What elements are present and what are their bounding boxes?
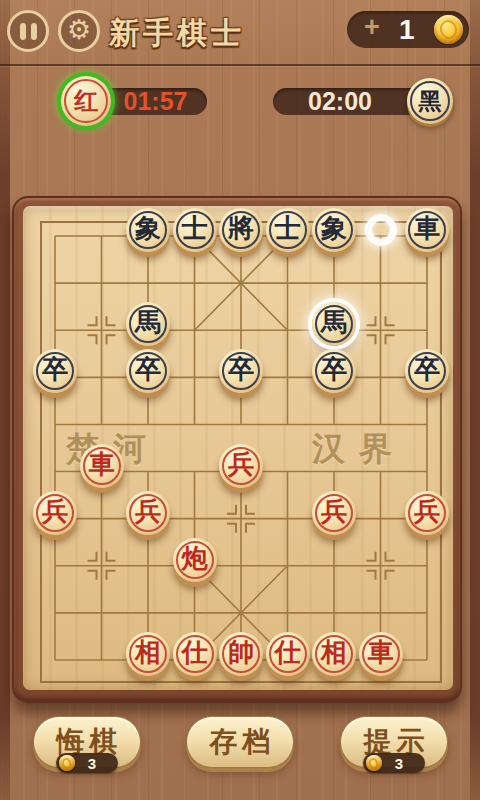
piece-glyph: 象 — [135, 216, 161, 242]
hint-button[interactable]: 提示 3 — [340, 716, 448, 768]
piece-glyph: 仕 — [275, 640, 301, 666]
red-player-piece: 红 — [61, 76, 111, 126]
piece-black-卒-r3c6[interactable]: 卒 — [312, 349, 356, 393]
piece-glyph: 卒 — [135, 357, 161, 383]
piece-black-士-r0c5[interactable]: 士 — [266, 208, 310, 252]
piece-glyph: 仕 — [182, 640, 208, 666]
red-player-label: 红 — [74, 85, 98, 117]
red-time: 01:57 — [124, 87, 188, 116]
black-player-piece: 黑 — [407, 78, 453, 124]
save-button[interactable]: 存档 — [186, 716, 294, 768]
piece-glyph: 士 — [182, 216, 208, 242]
piece-glyph: 將 — [228, 216, 254, 242]
piece-black-馬-r2c6[interactable]: 馬 — [312, 302, 356, 346]
hint-count: 3 — [382, 755, 425, 772]
coin-count: 1 — [380, 14, 434, 46]
piece-black-象-r0c2[interactable]: 象 — [126, 208, 170, 252]
gear-icon: ⚙ — [67, 17, 91, 44]
piece-red-仕-r9c3[interactable]: 仕 — [173, 632, 217, 676]
piece-red-兵-r6c6[interactable]: 兵 — [312, 491, 356, 535]
piece-red-相-r9c6[interactable]: 相 — [312, 632, 356, 676]
river-label-right: 汉界 — [312, 427, 406, 472]
piece-glyph: 兵 — [414, 499, 440, 525]
pause-button[interactable] — [7, 10, 49, 52]
black-player-label: 黑 — [419, 86, 442, 117]
pause-icon — [20, 23, 37, 40]
piece-red-兵-r6c2[interactable]: 兵 — [126, 491, 170, 535]
piece-red-車-r9c7[interactable]: 車 — [359, 632, 403, 676]
piece-black-馬-r2c2[interactable]: 馬 — [126, 302, 170, 346]
piece-red-帥-r9c4[interactable]: 帥 — [219, 632, 263, 676]
piece-glyph: 炮 — [182, 546, 208, 572]
game-screen: ⚙ 新手棋士 + 1 01:57 红 02:00 黑 楚河 汉界 象士將士象車馬… — [0, 0, 480, 800]
piece-black-車-r0c8[interactable]: 車 — [405, 208, 449, 252]
piece-glyph: 卒 — [228, 357, 254, 383]
divider — [0, 64, 480, 66]
piece-black-士-r0c3[interactable]: 士 — [173, 208, 217, 252]
piece-glyph: 車 — [414, 216, 440, 242]
settings-button[interactable]: ⚙ — [58, 10, 100, 52]
piece-glyph: 馬 — [135, 310, 161, 336]
undo-button[interactable]: 悔棋 3 — [33, 716, 141, 768]
left-edge-shadow — [0, 0, 10, 800]
piece-glyph: 帥 — [228, 640, 254, 666]
piece-black-卒-r3c2[interactable]: 卒 — [126, 349, 170, 393]
piece-glyph: 車 — [368, 640, 394, 666]
piece-black-象-r0c6[interactable]: 象 — [312, 208, 356, 252]
piece-glyph: 卒 — [42, 357, 68, 383]
undo-count-badge: 3 — [56, 753, 118, 773]
piece-red-兵-r6c8[interactable]: 兵 — [405, 491, 449, 535]
piece-glyph: 馬 — [321, 310, 347, 336]
piece-glyph: 卒 — [414, 357, 440, 383]
piece-black-將-r0c4[interactable]: 將 — [219, 208, 263, 252]
piece-red-相-r9c2[interactable]: 相 — [126, 632, 170, 676]
piece-red-仕-r9c5[interactable]: 仕 — [266, 632, 310, 676]
page-title: 新手棋士 — [109, 13, 245, 54]
undo-count: 3 — [75, 755, 118, 772]
coin-icon — [59, 755, 75, 771]
piece-glyph: 相 — [135, 640, 161, 666]
piece-red-兵-r5c4[interactable]: 兵 — [219, 444, 263, 488]
piece-glyph: 相 — [321, 640, 347, 666]
piece-black-卒-r3c4[interactable]: 卒 — [219, 349, 263, 393]
piece-red-車-r5c1[interactable]: 車 — [80, 444, 124, 488]
piece-red-兵-r6c0[interactable]: 兵 — [33, 491, 77, 535]
piece-red-炮-r7c3[interactable]: 炮 — [173, 538, 217, 582]
add-coins-button[interactable]: + 1 — [347, 11, 469, 48]
plus-icon: + — [364, 14, 380, 41]
coin-icon — [366, 755, 382, 771]
piece-black-卒-r3c8[interactable]: 卒 — [405, 349, 449, 393]
piece-glyph: 車 — [89, 452, 115, 478]
save-label: 存档 — [205, 723, 276, 761]
piece-glyph: 兵 — [42, 499, 68, 525]
hint-count-badge: 3 — [363, 753, 425, 773]
move-origin-ring — [365, 214, 397, 246]
coin-icon — [434, 15, 463, 44]
piece-glyph: 士 — [275, 216, 301, 242]
black-time: 02:00 — [308, 87, 372, 116]
piece-glyph: 卒 — [321, 357, 347, 383]
piece-glyph: 兵 — [228, 452, 254, 478]
right-edge-shadow — [470, 0, 480, 800]
piece-glyph: 兵 — [135, 499, 161, 525]
piece-black-卒-r3c0[interactable]: 卒 — [33, 349, 77, 393]
piece-glyph: 兵 — [321, 499, 347, 525]
piece-glyph: 象 — [321, 216, 347, 242]
